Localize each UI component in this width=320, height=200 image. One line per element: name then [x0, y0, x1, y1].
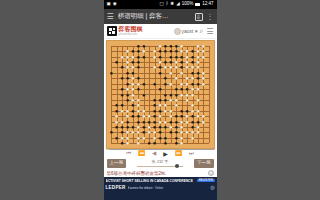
ad-info-icon[interactable]: ◎ [210, 185, 214, 190]
save-page-icon[interactable]: ⇩ [195, 13, 203, 21]
playback-controls: ⏮ ⏪ ◀ ▶ ⏩ ⏭ [104, 150, 217, 158]
grid-line [206, 138, 209, 139]
event-row: 第6届台湾中环杯围棋赛第2轮 [104, 169, 217, 177]
grid-line [117, 141, 118, 144]
grid-line [206, 111, 209, 112]
chevron-down-icon: ▾ [195, 28, 198, 34]
move-slider-block: 第 232 手 [126, 160, 194, 167]
status-bar: ▣ ◉ ▢ ᛒ ✱ ◢ 100% 12:47 [104, 0, 217, 9]
star-point [192, 126, 194, 128]
bluetooth-icon: ᛒ [166, 2, 169, 7]
ad-subtext: Examine the debate · Online [128, 186, 209, 190]
sim-icon: ▢ [160, 2, 164, 7]
grid-line [165, 141, 166, 144]
username-dropdown[interactable]: yaoxt ▾ [182, 28, 198, 34]
clock: 12:47 [202, 2, 213, 7]
grid-line [127, 141, 128, 144]
star-point [192, 94, 194, 96]
grid-line [138, 141, 139, 144]
grid-line [182, 141, 183, 144]
star-point [192, 61, 194, 63]
play-button[interactable]: ▶ [163, 151, 168, 157]
grid-line [206, 62, 209, 63]
overflow-menu-icon[interactable]: ⋮ [207, 13, 214, 21]
signal-icon: ◢ [176, 2, 179, 7]
avatar[interactable] [174, 28, 181, 35]
grid-line [206, 51, 209, 52]
star-point [127, 94, 129, 96]
grid-line [209, 141, 210, 144]
menu-icon[interactable]: ☰ [107, 12, 114, 21]
grid-line [193, 141, 194, 144]
floating-widget-icon[interactable] [208, 170, 214, 176]
grid-line [206, 78, 209, 79]
ad-brand: LEDPER [106, 185, 126, 190]
star-point [127, 61, 129, 63]
grid-line [206, 143, 209, 144]
ad-banner[interactable]: ACTIVIST SHORT SELLING IN CANADA CONFERE… [104, 177, 217, 200]
event-title: 第6届台湾中环杯围棋赛第2轮 [107, 171, 208, 176]
site-menu-icon[interactable]: ☰ [206, 27, 213, 36]
site-header: 弈客围棋 yikeweiqi.com yaoxt ▾ ⌕ ☰ [104, 24, 217, 39]
prev-game-button[interactable]: 上一局 [107, 159, 127, 168]
grid-line [206, 89, 209, 90]
grid-line [122, 141, 123, 144]
grid-line [206, 116, 209, 117]
search-icon[interactable]: ⌕ [199, 27, 203, 35]
grid-line [198, 141, 199, 144]
brand-subtitle: yikeweiqi.com [119, 33, 143, 36]
board-cell[interactable] [206, 141, 211, 146]
grid-line [160, 141, 161, 144]
go-board[interactable]: ●●●●●●●●●●●●●●●●●●●●●●●●●●●●●●●●●●●●●●●●… [109, 43, 212, 146]
battery-percent: 100% [182, 2, 194, 7]
grid-line [206, 46, 209, 47]
go-to-start-button[interactable]: ⏮ [126, 151, 131, 157]
grid-line [133, 141, 134, 144]
move-slider[interactable] [137, 166, 183, 167]
grid-line [206, 132, 209, 133]
page-title: 棋谱明细 | 弈客… [118, 12, 191, 21]
ad-brand-row: LEDPER Examine the debate · Online ◎ [106, 185, 215, 190]
grid-line [206, 73, 209, 74]
grid-line [206, 122, 209, 123]
app-toolbar: ☰ 棋谱明细 | 弈客… ⇩ ⋮ [104, 9, 217, 24]
grid-line [206, 84, 209, 85]
grid-line [155, 141, 156, 144]
ad-headline: ACTIVIST SHORT SELLING IN CANADA CONFERE… [106, 179, 197, 183]
star-point [127, 126, 129, 128]
forward-ten-button[interactable]: ⏩ [175, 151, 182, 157]
grid-line [187, 141, 188, 144]
board-frame: ●●●●●●●●●●●●●●●●●●●●●●●●●●●●●●●●●●●●●●●●… [106, 40, 215, 149]
star-point [159, 61, 161, 63]
grid-line [144, 141, 145, 144]
game-nav-row: 上一局 第 232 手 下一局 [104, 158, 217, 169]
back-ten-button[interactable]: ⏪ [138, 151, 145, 157]
grid-line [206, 94, 209, 95]
notification-icon: ▣ [107, 2, 111, 7]
back-one-button[interactable]: ◀ [152, 151, 156, 157]
grid-line [206, 127, 209, 128]
go-to-end-button[interactable]: ⏭ [189, 151, 194, 157]
ad-headline-row: ACTIVIST SHORT SELLING IN CANADA CONFERE… [106, 179, 215, 183]
grid-line [149, 141, 150, 144]
grid-line [206, 105, 209, 106]
grid-line [176, 141, 177, 144]
brand-block[interactable]: 弈客围棋 yikeweiqi.com [119, 26, 143, 36]
star-point [159, 94, 161, 96]
move-number-label: 第 232 手 [152, 160, 169, 164]
ad-cta-button[interactable]: REGISTER [197, 179, 214, 183]
alarm-icon: ◉ [113, 2, 117, 7]
grid-line [206, 57, 209, 58]
grid-line [206, 67, 209, 68]
star-point [159, 126, 161, 128]
grid-line [111, 141, 112, 144]
vibrate-icon: ✱ [170, 2, 174, 7]
grid-line [171, 141, 172, 144]
grid-line [203, 141, 204, 144]
battery-icon [195, 3, 200, 6]
site-logo-icon[interactable] [107, 26, 117, 36]
next-game-button[interactable]: 下一局 [194, 159, 214, 168]
grid-line [206, 100, 209, 101]
screen: ▣ ◉ ▢ ᛒ ✱ ◢ 100% 12:47 ☰ 棋谱明细 | 弈客… ⇩ ⋮ … [104, 0, 217, 200]
slider-knob[interactable] [175, 164, 179, 168]
